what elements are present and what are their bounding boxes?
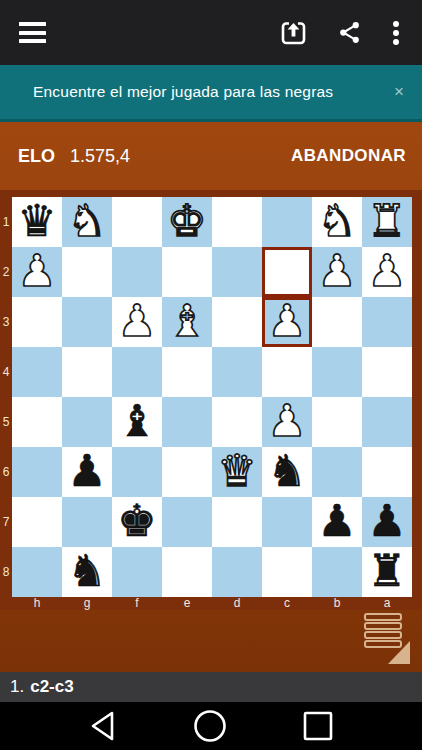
abandon-button[interactable]: ABANDONAR (291, 146, 422, 166)
black-rook: ♜ (367, 546, 406, 596)
square-f4[interactable] (112, 347, 162, 397)
nav-home-button[interactable] (193, 709, 227, 743)
app-screen: Encuentre el mejor jugada para las negra… (0, 0, 422, 750)
square-b1[interactable]: ♞ (312, 197, 362, 247)
elo-label: ELO (0, 146, 55, 167)
square-a6[interactable] (362, 447, 412, 497)
square-g1[interactable]: ♞ (62, 197, 112, 247)
square-d7[interactable] (212, 497, 262, 547)
square-h7[interactable] (12, 497, 62, 547)
square-c2[interactable] (262, 247, 312, 297)
move-list-icon (364, 613, 411, 665)
share-icon (337, 20, 362, 45)
nav-back-button[interactable] (88, 710, 118, 742)
square-f2[interactable] (112, 247, 162, 297)
square-h8[interactable] (12, 547, 62, 597)
hamburger-icon (19, 31, 46, 35)
file-label-d: d (212, 597, 262, 610)
overflow-menu-icon (392, 20, 400, 46)
square-a3[interactable] (362, 297, 412, 347)
chess-board[interactable]: ♛♞♚♞♜♟♟♟♟♝♟♝♟♟♛♞♚♟♟♞♜ (12, 197, 412, 597)
square-h6[interactable] (12, 447, 62, 497)
rank-label-1: 1 (0, 197, 12, 247)
square-f8[interactable] (112, 547, 162, 597)
square-b7[interactable]: ♟ (312, 497, 362, 547)
square-g3[interactable] (62, 297, 112, 347)
black-king: ♚ (117, 496, 156, 546)
white-pawn: ♟ (267, 396, 306, 446)
home-icon (193, 709, 227, 743)
square-e1[interactable]: ♚ (162, 197, 212, 247)
square-b6[interactable] (312, 447, 362, 497)
square-f6[interactable] (112, 447, 162, 497)
move-text: c2-c3 (30, 677, 73, 697)
white-knight: ♞ (317, 196, 356, 246)
black-pawn: ♟ (317, 496, 356, 546)
black-pawn: ♟ (67, 446, 106, 496)
square-a1[interactable]: ♜ (362, 197, 412, 247)
square-c3[interactable]: ♟ (262, 297, 312, 347)
rank-label-8: 8 (0, 547, 12, 597)
square-c8[interactable] (262, 547, 312, 597)
puzzle-instruction: Encuentre el mejor jugada para las negra… (0, 83, 333, 101)
white-pawn: ♟ (117, 296, 156, 346)
square-e2[interactable] (162, 247, 212, 297)
square-g7[interactable] (62, 497, 112, 547)
file-label-a: a (362, 597, 412, 610)
square-d8[interactable] (212, 547, 262, 597)
hamburger-icon (19, 39, 46, 43)
white-pawn: ♟ (367, 246, 406, 296)
square-e6[interactable] (162, 447, 212, 497)
square-c6[interactable]: ♞ (262, 447, 312, 497)
square-e7[interactable] (162, 497, 212, 547)
white-pawn: ♟ (17, 246, 56, 296)
black-knight: ♞ (67, 546, 106, 596)
square-b5[interactable] (312, 397, 362, 447)
white-pawn: ♟ (317, 246, 356, 296)
square-f5[interactable]: ♝ (112, 397, 162, 447)
square-a4[interactable] (362, 347, 412, 397)
square-f7[interactable]: ♚ (112, 497, 162, 547)
open-in-new-icon (280, 19, 307, 46)
square-a8[interactable]: ♜ (362, 547, 412, 597)
share-button[interactable] (337, 20, 362, 45)
square-h3[interactable] (12, 297, 62, 347)
rank-label-4: 4 (0, 347, 12, 397)
hamburger-icon (19, 22, 46, 26)
rank-label-3: 3 (0, 297, 12, 347)
square-e4[interactable] (162, 347, 212, 397)
white-knight: ♞ (67, 196, 106, 246)
square-f3[interactable]: ♟ (112, 297, 162, 347)
square-c5[interactable]: ♟ (262, 397, 312, 447)
action-bar (0, 0, 422, 65)
square-b4[interactable] (312, 347, 362, 397)
file-label-h: h (12, 597, 62, 610)
black-pawn: ♟ (367, 496, 406, 546)
black-knight: ♞ (267, 446, 306, 496)
square-h5[interactable] (12, 397, 62, 447)
square-c1[interactable] (262, 197, 312, 247)
white-queen: ♛ (217, 446, 256, 496)
move-number: 1. (10, 677, 24, 697)
overflow-menu-button[interactable] (392, 20, 400, 46)
square-g4[interactable] (62, 347, 112, 397)
square-h4[interactable] (12, 347, 62, 397)
white-bishop: ♝ (167, 296, 206, 346)
square-h2[interactable]: ♟ (12, 247, 62, 297)
recents-icon (302, 710, 334, 742)
square-h1[interactable]: ♛ (12, 197, 62, 247)
android-nav-bar (0, 702, 422, 750)
square-a5[interactable] (362, 397, 412, 447)
rank-label-5: 5 (0, 397, 12, 447)
hamburger-menu-button[interactable] (19, 22, 46, 43)
elo-bar: ELO 1.575,4 ABANDONAR (0, 122, 422, 190)
rank-label-2: 2 (0, 247, 12, 297)
square-g2[interactable] (62, 247, 112, 297)
square-b3[interactable] (312, 297, 362, 347)
white-king: ♚ (167, 196, 206, 246)
board-frame: ♛♞♚♞♜♟♟♟♟♝♟♝♟♟♛♞♚♟♟♞♜ 12345678 hgfedcba (0, 190, 422, 610)
content-area: ELO 1.575,4 ABANDONAR ♛♞♚♞♜♟♟♟♟♝♟♝♟♟♛♞♚♟… (0, 122, 422, 672)
square-g6[interactable]: ♟ (62, 447, 112, 497)
square-e8[interactable] (162, 547, 212, 597)
rank-label-7: 7 (0, 497, 12, 547)
square-b8[interactable] (312, 547, 362, 597)
white-rook: ♜ (367, 196, 406, 246)
square-d3[interactable] (212, 297, 262, 347)
square-d6[interactable]: ♛ (212, 447, 262, 497)
black-bishop: ♝ (117, 396, 156, 446)
file-label-g: g (62, 597, 112, 610)
move-list-bar[interactable]: 1. c2-c3 (0, 672, 422, 702)
open-in-new-button[interactable] (280, 19, 307, 46)
nav-recents-button[interactable] (302, 710, 334, 742)
white-pawn: ♟ (267, 296, 306, 346)
black-queen: ♛ (17, 196, 56, 246)
square-d2[interactable] (212, 247, 262, 297)
square-e5[interactable] (162, 397, 212, 447)
square-c7[interactable] (262, 497, 312, 547)
file-label-f: f (112, 597, 162, 610)
banner-close-button[interactable]: × (394, 82, 422, 102)
rank-label-6: 6 (0, 447, 12, 497)
square-d1[interactable] (212, 197, 262, 247)
movelist-toggle-button[interactable] (364, 613, 411, 665)
square-a2[interactable]: ♟ (362, 247, 412, 297)
square-c4[interactable] (262, 347, 312, 397)
elo-value: 1.575,4 (55, 146, 130, 167)
file-label-c: c (262, 597, 312, 610)
file-label-e: e (162, 597, 212, 610)
square-b2[interactable]: ♟ (312, 247, 362, 297)
puzzle-banner: Encuentre el mejor jugada para las negra… (0, 65, 422, 122)
square-d5[interactable] (212, 397, 262, 447)
square-e3[interactable]: ♝ (162, 297, 212, 347)
square-d4[interactable] (212, 347, 262, 397)
square-g8[interactable]: ♞ (62, 547, 112, 597)
square-a7[interactable]: ♟ (362, 497, 412, 547)
back-icon (88, 710, 118, 742)
file-label-b: b (312, 597, 362, 610)
square-g5[interactable] (62, 397, 112, 447)
square-f1[interactable] (112, 197, 162, 247)
